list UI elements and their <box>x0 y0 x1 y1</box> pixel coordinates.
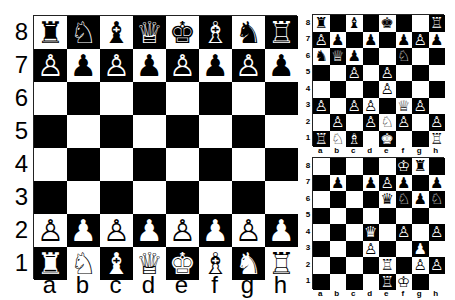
black-knight: ♞ <box>232 16 265 49</box>
square-b4[interactable] <box>330 224 347 241</box>
square-a2[interactable]: ♙ <box>34 214 67 247</box>
square-a4[interactable] <box>313 81 330 98</box>
square-e3[interactable] <box>379 98 396 115</box>
square-g4[interactable] <box>412 81 429 98</box>
black-knight: ♘ <box>396 191 413 208</box>
square-h6[interactable] <box>429 48 446 65</box>
rank-label: 5 <box>304 207 312 224</box>
white-queen: ♛ <box>363 224 380 241</box>
square-e7[interactable] <box>379 32 396 49</box>
square-e3[interactable] <box>379 241 396 258</box>
square-g5[interactable] <box>412 208 429 225</box>
square-f3[interactable]: ♕ <box>396 98 413 115</box>
black-knight: ♘ <box>396 48 413 65</box>
black-pawn: ♙ <box>396 114 413 131</box>
square-g7[interactable]: ♙ <box>232 49 265 82</box>
square-c7[interactable] <box>346 175 363 192</box>
square-d8[interactable] <box>363 15 380 32</box>
rank-label: 8 <box>304 157 312 174</box>
square-a4[interactable] <box>34 148 67 181</box>
square-f1[interactable]: ♔ <box>396 274 413 291</box>
rank-label: 7 <box>304 174 312 191</box>
black-pawn: ♟ <box>412 191 429 208</box>
square-a6[interactable]: ♞ <box>313 48 330 65</box>
file-label: f <box>395 146 412 155</box>
square-b8[interactable]: ♘ <box>67 16 100 49</box>
square-e3[interactable] <box>166 181 199 214</box>
rank-label: 2 <box>10 213 33 246</box>
black-pawn: ♟ <box>133 49 166 82</box>
file-label: d <box>132 279 165 299</box>
square-b8[interactable] <box>330 15 347 32</box>
file-label: a <box>312 289 329 298</box>
rank-label: 3 <box>10 180 33 213</box>
square-g8[interactable] <box>412 15 429 32</box>
white-knight: ♘ <box>379 114 396 131</box>
square-f1[interactable] <box>396 131 413 148</box>
square-h6[interactable]: ♘ <box>429 191 446 208</box>
square-b4[interactable] <box>330 81 347 98</box>
square-h1[interactable] <box>429 274 446 291</box>
square-h7[interactable]: ♟ <box>429 32 446 49</box>
rank-label: 5 <box>304 64 312 81</box>
square-e6[interactable] <box>379 48 396 65</box>
white-pawn: ♙ <box>379 81 396 98</box>
square-g6[interactable] <box>412 48 429 65</box>
square-a7[interactable]: ♙ <box>313 32 330 49</box>
square-g7[interactable]: ♙ <box>412 32 429 49</box>
black-pawn: ♙ <box>412 32 429 49</box>
square-h5[interactable] <box>265 115 298 148</box>
square-g6[interactable] <box>232 82 265 115</box>
white-pawn: ♙ <box>363 241 380 258</box>
square-h7[interactable]: ♟ <box>265 49 298 82</box>
board-grid: ♔♜♟♟♙♟♟♛♘♟♘♛♙♙♙♟♖♙♙♖♔ <box>312 157 444 289</box>
square-d7[interactable]: ♟ <box>363 32 380 49</box>
square-g8[interactable]: ♜ <box>412 158 429 175</box>
square-e4[interactable] <box>379 224 396 241</box>
small-chessboard-bottom: 87654321♔♜♟♟♙♟♟♛♘♟♘♛♙♙♙♟♖♙♙♖♔abcdefgh <box>304 157 444 298</box>
square-d5[interactable] <box>363 65 380 82</box>
square-e5[interactable]: ♙ <box>379 65 396 82</box>
file-label: f <box>395 289 412 298</box>
square-e4[interactable] <box>166 148 199 181</box>
square-c5[interactable] <box>100 115 133 148</box>
black-knight: ♞ <box>313 48 330 65</box>
square-h2[interactable]: ♙ <box>429 257 446 274</box>
square-d6[interactable] <box>363 191 380 208</box>
black-pawn: ♟ <box>363 32 380 49</box>
square-a8[interactable] <box>313 158 330 175</box>
black-queen: ♕ <box>133 16 166 49</box>
square-d6[interactable] <box>133 82 166 115</box>
square-e1[interactable]: ♚ <box>379 131 396 148</box>
black-rook: ♖ <box>429 15 446 32</box>
white-pawn: ♟ <box>412 241 429 258</box>
square-e7[interactable]: ♙ <box>166 49 199 82</box>
square-h3[interactable] <box>429 98 446 115</box>
black-pawn: ♙ <box>166 49 199 82</box>
square-b6[interactable] <box>330 191 347 208</box>
white-pawn: ♙ <box>363 98 380 115</box>
square-a1[interactable]: ♖ <box>313 131 330 148</box>
square-d1[interactable] <box>363 274 380 291</box>
square-f4[interactable]: ♙ <box>396 224 413 241</box>
square-c6[interactable] <box>346 191 363 208</box>
square-b5[interactable] <box>330 208 347 225</box>
square-d3[interactable]: ♙ <box>363 98 380 115</box>
file-label: b <box>66 279 99 299</box>
square-a5[interactable] <box>34 115 67 148</box>
square-f2[interactable]: ♙ <box>396 114 413 131</box>
file-label: d <box>362 146 379 155</box>
square-a1[interactable] <box>313 274 330 291</box>
black-pawn: ♟ <box>67 49 100 82</box>
black-pawn: ♟ <box>363 175 380 192</box>
square-h2[interactable]: ♙ <box>429 114 446 131</box>
rank-label: 8 <box>10 15 33 48</box>
file-label: g <box>411 146 428 155</box>
square-d6[interactable] <box>363 48 380 65</box>
square-e5[interactable] <box>379 208 396 225</box>
square-c4[interactable] <box>346 81 363 98</box>
rank-label: 3 <box>304 97 312 114</box>
square-g6[interactable]: ♟ <box>412 191 429 208</box>
square-h4[interactable] <box>265 148 298 181</box>
square-f6[interactable]: ♘ <box>396 48 413 65</box>
black-pawn: ♟ <box>330 32 347 49</box>
black-pawn: ♟ <box>265 49 298 82</box>
rank-label: 4 <box>304 80 312 97</box>
square-h8[interactable]: ♖ <box>265 16 298 49</box>
white-pawn: ♟ <box>199 214 232 247</box>
black-rook: ♜ <box>412 158 429 175</box>
square-h5[interactable] <box>429 208 446 225</box>
square-e6[interactable] <box>166 82 199 115</box>
square-c3[interactable] <box>100 181 133 214</box>
square-d2[interactable] <box>363 257 380 274</box>
white-king: ♔ <box>396 274 413 291</box>
black-pawn: ♙ <box>34 49 67 82</box>
square-c2[interactable] <box>346 257 363 274</box>
square-h6[interactable] <box>265 82 298 115</box>
square-a8[interactable]: ♜ <box>34 16 67 49</box>
square-a3[interactable]: ♙ <box>313 98 330 115</box>
square-d4[interactable] <box>363 81 380 98</box>
square-f8[interactable]: ♔ <box>396 158 413 175</box>
black-bishop: ♗ <box>346 131 363 148</box>
black-pawn: ♟ <box>429 32 446 49</box>
black-pawn: ♟ <box>199 49 232 82</box>
square-a2[interactable] <box>313 114 330 131</box>
main-chessboard: 87654321♜♘♝♕♚♗♞♖♙♟♙♟♙♟♙♟♙♟♙♟♙♟♙♟♜♘♝♕♚♗♞♖… <box>10 15 297 299</box>
rank-label: 3 <box>304 240 312 257</box>
black-pawn: ♙ <box>429 114 446 131</box>
square-f4[interactable] <box>199 148 232 181</box>
file-label: a <box>312 146 329 155</box>
square-b3[interactable] <box>67 181 100 214</box>
square-c8[interactable]: ♝ <box>346 15 363 32</box>
black-king: ♔ <box>396 158 413 175</box>
square-f7[interactable]: ♟ <box>199 49 232 82</box>
file-labels: abcdefgh <box>312 289 444 298</box>
white-rook: ♖ <box>429 131 446 148</box>
white-pawn: ♟ <box>265 214 298 247</box>
file-label: g <box>231 279 264 299</box>
square-e8[interactable]: ♚ <box>379 15 396 32</box>
black-pawn: ♙ <box>346 98 363 115</box>
square-g1[interactable] <box>412 131 429 148</box>
square-b1[interactable]: ♘ <box>330 131 347 148</box>
square-d3[interactable]: ♙ <box>363 241 380 258</box>
square-g4[interactable] <box>412 224 429 241</box>
square-a8[interactable]: ♜ <box>313 15 330 32</box>
black-pawn: ♟ <box>330 175 347 192</box>
rank-labels: 87654321 <box>304 14 312 146</box>
black-queen: ♕ <box>330 48 347 65</box>
square-g1[interactable] <box>412 274 429 291</box>
square-f5[interactable] <box>199 115 232 148</box>
square-e2[interactable]: ♙ <box>166 214 199 247</box>
rank-labels: 87654321 <box>304 157 312 289</box>
square-b2[interactable]: ♟ <box>67 214 100 247</box>
square-h3[interactable] <box>265 181 298 214</box>
square-a6[interactable] <box>34 82 67 115</box>
square-c5[interactable]: ♙ <box>346 65 363 82</box>
black-knight: ♘ <box>67 16 100 49</box>
black-pawn: ♟ <box>396 32 413 49</box>
square-a7[interactable]: ♙ <box>34 49 67 82</box>
square-b1[interactable] <box>330 274 347 291</box>
square-b8[interactable] <box>330 158 347 175</box>
square-f6[interactable]: ♘ <box>396 191 413 208</box>
square-b4[interactable] <box>67 148 100 181</box>
white-king: ♚ <box>379 131 396 148</box>
square-g8[interactable]: ♞ <box>232 16 265 49</box>
square-b5[interactable] <box>330 65 347 82</box>
square-g2[interactable]: ♙ <box>232 214 265 247</box>
rank-label: 4 <box>304 223 312 240</box>
square-e5[interactable] <box>166 115 199 148</box>
square-d5[interactable] <box>133 115 166 148</box>
square-a4[interactable] <box>313 224 330 241</box>
white-pawn: ♙ <box>412 257 429 274</box>
file-label: a <box>33 279 66 299</box>
white-knight: ♘ <box>330 131 347 148</box>
black-rook: ♜ <box>34 16 67 49</box>
square-d7[interactable]: ♟ <box>363 175 380 192</box>
file-label: f <box>198 279 231 299</box>
square-f3[interactable] <box>199 181 232 214</box>
square-c2[interactable] <box>346 114 363 131</box>
file-label: b <box>329 146 346 155</box>
square-c8[interactable] <box>346 158 363 175</box>
square-f5[interactable] <box>396 65 413 82</box>
black-king: ♚ <box>166 16 199 49</box>
square-e2[interactable]: ♖ <box>379 257 396 274</box>
board-grid: ♜♝♚♖♙♟♟♟♙♟♞♕♟♘♙♙♙♙♙♙♕♙♙♙♘♙♙♖♘♗♚♖ <box>312 14 444 146</box>
rank-label: 6 <box>304 47 312 64</box>
black-pawn: ♙ <box>429 224 446 241</box>
white-pawn: ♙ <box>166 214 199 247</box>
square-b2[interactable]: ♙ <box>330 114 347 131</box>
square-h3[interactable] <box>429 241 446 258</box>
square-b2[interactable] <box>330 257 347 274</box>
square-c3[interactable] <box>346 241 363 258</box>
square-d7[interactable]: ♟ <box>133 49 166 82</box>
square-h1[interactable]: ♖ <box>429 131 446 148</box>
square-h5[interactable] <box>429 65 446 82</box>
square-h4[interactable]: ♙ <box>429 224 446 241</box>
square-a6[interactable] <box>313 191 330 208</box>
black-rook: ♜ <box>313 15 330 32</box>
file-label: c <box>99 279 132 299</box>
square-f8[interactable]: ♗ <box>199 16 232 49</box>
black-bishop: ♝ <box>346 15 363 32</box>
square-c1[interactable] <box>346 274 363 291</box>
square-e2[interactable]: ♘ <box>379 114 396 131</box>
square-d8[interactable]: ♕ <box>133 16 166 49</box>
file-label: d <box>362 289 379 298</box>
file-labels: abcdefgh <box>33 279 297 299</box>
square-d3[interactable] <box>133 181 166 214</box>
square-d4[interactable]: ♛ <box>363 224 380 241</box>
square-h7[interactable]: ♟ <box>429 175 446 192</box>
square-e8[interactable] <box>379 158 396 175</box>
square-d5[interactable] <box>363 208 380 225</box>
square-b7[interactable]: ♟ <box>67 49 100 82</box>
black-pawn: ♟ <box>429 175 446 192</box>
black-knight: ♘ <box>429 191 446 208</box>
square-c8[interactable]: ♝ <box>100 16 133 49</box>
square-g2[interactable] <box>412 114 429 131</box>
square-g5[interactable] <box>412 65 429 82</box>
board-grid: ♜♘♝♕♚♗♞♖♙♟♙♟♙♟♙♟♙♟♙♟♙♟♙♟♜♘♝♕♚♗♞♖ <box>33 15 297 279</box>
square-b3[interactable] <box>330 98 347 115</box>
rank-label: 8 <box>304 14 312 31</box>
square-f5[interactable] <box>396 208 413 225</box>
square-c4[interactable] <box>100 148 133 181</box>
square-c4[interactable] <box>346 224 363 241</box>
square-e7[interactable]: ♙ <box>379 175 396 192</box>
black-pawn: ♙ <box>232 49 265 82</box>
black-bishop: ♝ <box>100 16 133 49</box>
black-pawn: ♙ <box>346 65 363 82</box>
square-f8[interactable] <box>396 15 413 32</box>
square-d2[interactable]: ♟ <box>133 214 166 247</box>
square-a7[interactable] <box>313 175 330 192</box>
square-f3[interactable] <box>396 241 413 258</box>
square-a3[interactable] <box>34 181 67 214</box>
square-g2[interactable]: ♙ <box>412 257 429 274</box>
square-c6[interactable]: ♟ <box>346 48 363 65</box>
black-rook: ♖ <box>313 131 330 148</box>
square-c7[interactable] <box>346 32 363 49</box>
black-pawn: ♟ <box>396 175 413 192</box>
square-b7[interactable]: ♟ <box>330 32 347 49</box>
square-g3[interactable]: ♙ <box>412 98 429 115</box>
black-rook: ♖ <box>265 16 298 49</box>
square-c3[interactable]: ♙ <box>346 98 363 115</box>
square-h8[interactable] <box>429 158 446 175</box>
black-pawn: ♟ <box>346 48 363 65</box>
black-pawn: ♙ <box>429 257 446 274</box>
white-pawn: ♙ <box>232 214 265 247</box>
rank-label: 1 <box>304 130 312 147</box>
rank-labels: 87654321 <box>10 15 33 279</box>
square-g7[interactable] <box>412 175 429 192</box>
square-f7[interactable]: ♟ <box>396 32 413 49</box>
square-c5[interactable] <box>346 208 363 225</box>
black-pawn: ♙ <box>379 65 396 82</box>
white-pawn: ♙ <box>34 214 67 247</box>
file-label: c <box>345 146 362 155</box>
square-f2[interactable]: ♟ <box>199 214 232 247</box>
square-a5[interactable] <box>313 208 330 225</box>
square-d8[interactable] <box>363 158 380 175</box>
square-a5[interactable] <box>313 65 330 82</box>
black-bishop: ♗ <box>199 16 232 49</box>
square-h4[interactable] <box>429 81 446 98</box>
chess-diagrams-canvas: 87654321♜♘♝♕♚♗♞♖♙♟♙♟♙♟♙♟♙♟♙♟♙♟♙♟♜♘♝♕♚♗♞♖… <box>0 0 455 300</box>
square-g3[interactable] <box>232 181 265 214</box>
square-a3[interactable] <box>313 241 330 258</box>
square-h8[interactable]: ♖ <box>429 15 446 32</box>
black-pawn: ♙ <box>396 224 413 241</box>
square-a2[interactable] <box>313 257 330 274</box>
black-pawn: ♙ <box>363 114 380 131</box>
square-b6[interactable] <box>67 82 100 115</box>
square-f4[interactable] <box>396 81 413 98</box>
square-c2[interactable]: ♙ <box>100 214 133 247</box>
square-e8[interactable]: ♚ <box>166 16 199 49</box>
square-h2[interactable]: ♟ <box>265 214 298 247</box>
square-f2[interactable] <box>396 257 413 274</box>
rank-label: 6 <box>304 190 312 207</box>
black-queen: ♛ <box>379 191 396 208</box>
square-e1[interactable]: ♖ <box>379 274 396 291</box>
square-d1[interactable] <box>363 131 380 148</box>
square-f6[interactable] <box>199 82 232 115</box>
square-b3[interactable] <box>330 241 347 258</box>
white-pawn: ♙ <box>100 214 133 247</box>
square-c7[interactable]: ♙ <box>100 49 133 82</box>
square-g4[interactable] <box>232 148 265 181</box>
square-g3[interactable]: ♟ <box>412 241 429 258</box>
square-c1[interactable]: ♗ <box>346 131 363 148</box>
black-pawn: ♙ <box>100 49 133 82</box>
black-pawn: ♙ <box>313 32 330 49</box>
file-label: h <box>428 289 445 298</box>
square-d4[interactable] <box>133 148 166 181</box>
rank-label: 2 <box>304 113 312 130</box>
square-e4[interactable]: ♙ <box>379 81 396 98</box>
square-b6[interactable]: ♕ <box>330 48 347 65</box>
rank-label: 2 <box>304 256 312 273</box>
square-d2[interactable]: ♙ <box>363 114 380 131</box>
white-queen: ♕ <box>396 98 413 115</box>
square-f7[interactable]: ♟ <box>396 175 413 192</box>
square-e6[interactable]: ♛ <box>379 191 396 208</box>
black-pawn: ♙ <box>330 114 347 131</box>
rank-label: 1 <box>304 273 312 290</box>
square-c6[interactable] <box>100 82 133 115</box>
square-b5[interactable] <box>67 115 100 148</box>
square-b7[interactable]: ♟ <box>330 175 347 192</box>
square-g5[interactable] <box>232 115 265 148</box>
small-chessboard-top: 87654321♜♝♚♖♙♟♟♟♙♟♞♕♟♘♙♙♙♙♙♙♕♙♙♙♘♙♙♖♘♗♚♖… <box>304 14 444 155</box>
file-label: e <box>165 279 198 299</box>
